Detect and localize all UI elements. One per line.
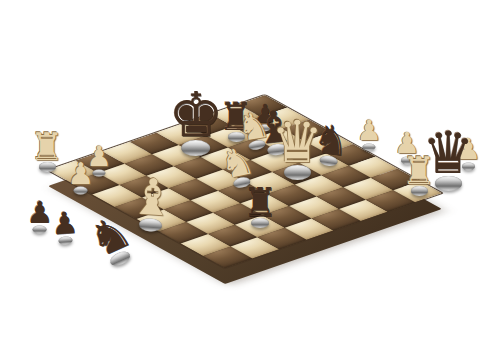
queen-glyph: ♛ [422, 126, 474, 181]
chess-set-photo: ♜♟♟♝♚♜♞♟♝♛♞♞♜♜♟♟♞♟♟♟♛ [0, 0, 500, 362]
chrome-base [33, 225, 47, 233]
chrome-base [435, 176, 462, 191]
chess-board [48, 95, 442, 268]
chrome-base [59, 235, 74, 244]
dark-pawn-offboard: ♟ [27, 199, 54, 234]
pawn-glyph: ♟ [394, 130, 420, 158]
light-pawn-offboard: ♟ [356, 118, 381, 150]
chrome-base [362, 143, 375, 150]
dark-pawn-offboard: ♟ [50, 209, 79, 245]
rook-glyph: ♜ [30, 129, 64, 165]
pawn-glyph: ♟ [455, 136, 481, 164]
chrome-base [462, 162, 475, 170]
chrome-base [108, 249, 132, 269]
chrome-base [401, 156, 414, 164]
dark-queen-offboard: ♛ [422, 126, 474, 191]
light-pawn-offboard: ♟ [455, 136, 481, 170]
pawn-glyph: ♟ [356, 118, 381, 145]
pawn-glyph: ♟ [27, 199, 54, 228]
pawn-glyph: ♟ [50, 209, 79, 239]
light-pawn-offboard: ♟ [394, 130, 420, 164]
